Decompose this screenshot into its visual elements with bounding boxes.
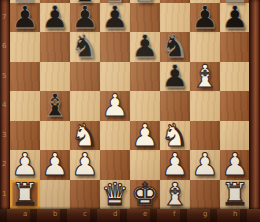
square-h7[interactable]: ♟ — [220, 3, 250, 33]
square-a4[interactable] — [10, 91, 40, 121]
white-king[interactable]: ♚ — [131, 180, 159, 210]
square-h6[interactable] — [220, 32, 250, 62]
square-c6[interactable]: ♞ — [70, 32, 100, 62]
square-d3[interactable] — [100, 121, 130, 151]
white-rook[interactable]: ♜ — [11, 180, 39, 210]
square-d1[interactable]: ♛ — [100, 180, 130, 210]
black-pawn[interactable]: ♟ — [11, 3, 39, 33]
white-pawn[interactable]: ♟ — [131, 121, 159, 151]
square-b1[interactable] — [40, 180, 70, 210]
square-e1[interactable]: ♚ — [130, 180, 160, 210]
square-g5[interactable]: ♝ — [190, 62, 220, 92]
white-rook[interactable]: ♜ — [221, 180, 249, 210]
square-b7[interactable]: ♟ — [40, 3, 70, 33]
square-f1[interactable]: ♝ — [160, 180, 190, 210]
square-c2[interactable]: ♟ — [70, 150, 100, 180]
white-queen[interactable]: ♛ — [101, 180, 129, 210]
square-e6[interactable]: ♟ — [130, 32, 160, 62]
black-pawn[interactable]: ♟ — [101, 3, 129, 33]
square-b4[interactable]: ♝ — [40, 91, 70, 121]
chess-board-photo: ♜♝♛♚♜♟♟♟♟♟♟♞♟♞♟♝♝♟♞♟♞♟♟♟♟♟♟♜♛♚♝♜ 1234567… — [0, 0, 260, 222]
square-d7[interactable]: ♟ — [100, 3, 130, 33]
black-bishop[interactable]: ♝ — [41, 91, 69, 121]
square-d6[interactable] — [100, 32, 130, 62]
black-pawn[interactable]: ♟ — [161, 62, 189, 92]
black-pawn[interactable]: ♟ — [191, 3, 219, 33]
square-e5[interactable] — [130, 62, 160, 92]
black-knight[interactable]: ♞ — [71, 32, 99, 62]
square-h1[interactable]: ♜ — [220, 180, 250, 210]
white-pawn[interactable]: ♟ — [41, 150, 69, 180]
white-pawn[interactable]: ♟ — [101, 91, 129, 121]
board-frame-left — [0, 0, 10, 222]
square-g1[interactable] — [190, 180, 220, 210]
square-h4[interactable] — [220, 91, 250, 121]
white-pawn[interactable]: ♟ — [191, 150, 219, 180]
board-frame-right — [249, 0, 260, 222]
square-h5[interactable] — [220, 62, 250, 92]
square-a5[interactable] — [10, 62, 40, 92]
board-frame-bottom — [0, 209, 260, 222]
square-e8[interactable]: ♚ — [130, 0, 160, 3]
square-c5[interactable] — [70, 62, 100, 92]
square-f5[interactable]: ♟ — [160, 62, 190, 92]
square-a7[interactable]: ♟ — [10, 3, 40, 33]
white-bishop[interactable]: ♝ — [191, 62, 219, 92]
square-g4[interactable] — [190, 91, 220, 121]
square-b6[interactable] — [40, 32, 70, 62]
black-pawn[interactable]: ♟ — [221, 3, 249, 33]
black-pawn[interactable]: ♟ — [41, 3, 69, 33]
white-pawn[interactable]: ♟ — [71, 150, 99, 180]
square-g2[interactable]: ♟ — [190, 150, 220, 180]
square-c1[interactable] — [70, 180, 100, 210]
chess-board: ♜♝♛♚♜♟♟♟♟♟♟♞♟♞♟♝♝♟♞♟♞♟♟♟♟♟♟♜♛♚♝♜ — [10, 0, 250, 209]
square-e3[interactable]: ♟ — [130, 121, 160, 151]
square-d4[interactable]: ♟ — [100, 91, 130, 121]
square-g7[interactable]: ♟ — [190, 3, 220, 33]
square-b2[interactable]: ♟ — [40, 150, 70, 180]
square-a6[interactable] — [10, 32, 40, 62]
black-king[interactable]: ♚ — [131, 0, 159, 7]
black-pawn[interactable]: ♟ — [131, 32, 159, 62]
white-bishop[interactable]: ♝ — [161, 180, 189, 210]
square-a1[interactable]: ♜ — [10, 180, 40, 210]
